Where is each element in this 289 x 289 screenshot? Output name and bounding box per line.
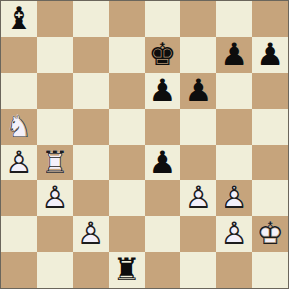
black-bishop[interactable]: ♝ [1, 1, 37, 37]
square-g4[interactable] [216, 145, 252, 181]
square-e7[interactable]: ♚ [145, 37, 181, 73]
square-d5[interactable] [109, 109, 145, 145]
square-e5[interactable] [145, 109, 181, 145]
black-rook[interactable]: ♜ [109, 252, 145, 288]
white-pawn[interactable]: ♟♙ [216, 180, 252, 216]
square-d6[interactable] [109, 73, 145, 109]
chess-board: ♝♚♟♟♟♟♞♘♟♙♜♖♟♟♙♟♙♟♙♟♙♟♙♚♔♜ [0, 0, 289, 289]
white-pawn-outline: ♙ [37, 180, 73, 216]
square-f3[interactable]: ♟♙ [180, 180, 216, 216]
square-h2[interactable]: ♚♔ [252, 216, 288, 252]
square-c8[interactable] [73, 1, 109, 37]
square-c4[interactable] [73, 145, 109, 181]
square-a5[interactable]: ♞♘ [1, 109, 37, 145]
square-c3[interactable] [73, 180, 109, 216]
black-pawn[interactable]: ♟ [145, 73, 181, 109]
square-a7[interactable] [1, 37, 37, 73]
square-d4[interactable] [109, 145, 145, 181]
square-c7[interactable] [73, 37, 109, 73]
square-d2[interactable] [109, 216, 145, 252]
white-pawn[interactable]: ♟♙ [1, 145, 37, 181]
square-g8[interactable] [216, 1, 252, 37]
white-pawn[interactable]: ♟♙ [73, 216, 109, 252]
square-a4[interactable]: ♟♙ [1, 145, 37, 181]
square-b4[interactable]: ♜♖ [37, 145, 73, 181]
square-a8[interactable]: ♝ [1, 1, 37, 37]
square-b7[interactable] [37, 37, 73, 73]
square-c1[interactable] [73, 252, 109, 288]
square-g1[interactable] [216, 252, 252, 288]
square-f5[interactable] [180, 109, 216, 145]
square-h1[interactable] [252, 252, 288, 288]
black-pawn-glyph: ♟ [252, 37, 288, 73]
square-f6[interactable]: ♟ [180, 73, 216, 109]
square-d8[interactable] [109, 1, 145, 37]
white-king[interactable]: ♚♔ [252, 216, 288, 252]
square-b1[interactable] [37, 252, 73, 288]
black-bishop-glyph: ♝ [1, 1, 37, 37]
white-knight[interactable]: ♞♘ [1, 109, 37, 145]
square-d1[interactable]: ♜ [109, 252, 145, 288]
square-h3[interactable] [252, 180, 288, 216]
black-pawn-glyph: ♟ [145, 73, 181, 109]
square-g7[interactable]: ♟ [216, 37, 252, 73]
black-king-glyph: ♚ [145, 37, 181, 73]
white-rook-outline: ♖ [37, 145, 73, 181]
square-h8[interactable] [252, 1, 288, 37]
square-a2[interactable] [1, 216, 37, 252]
white-king-outline: ♔ [252, 216, 288, 252]
square-f2[interactable] [180, 216, 216, 252]
white-pawn-outline: ♙ [1, 145, 37, 181]
white-pawn-outline: ♙ [73, 216, 109, 252]
black-king[interactable]: ♚ [145, 37, 181, 73]
square-d3[interactable] [109, 180, 145, 216]
square-c5[interactable] [73, 109, 109, 145]
square-b3[interactable]: ♟♙ [37, 180, 73, 216]
white-knight-outline: ♘ [1, 109, 37, 145]
square-b2[interactable] [37, 216, 73, 252]
square-g3[interactable]: ♟♙ [216, 180, 252, 216]
black-pawn-glyph: ♟ [145, 145, 181, 181]
black-pawn[interactable]: ♟ [180, 73, 216, 109]
square-a3[interactable] [1, 180, 37, 216]
square-h6[interactable] [252, 73, 288, 109]
square-h7[interactable]: ♟ [252, 37, 288, 73]
black-pawn[interactable]: ♟ [252, 37, 288, 73]
square-h5[interactable] [252, 109, 288, 145]
square-e3[interactable] [145, 180, 181, 216]
square-e8[interactable] [145, 1, 181, 37]
square-h4[interactable] [252, 145, 288, 181]
square-f1[interactable] [180, 252, 216, 288]
square-c6[interactable] [73, 73, 109, 109]
square-a1[interactable] [1, 252, 37, 288]
white-pawn-outline: ♙ [216, 216, 252, 252]
square-e4[interactable]: ♟ [145, 145, 181, 181]
white-pawn-outline: ♙ [216, 180, 252, 216]
black-pawn-glyph: ♟ [180, 73, 216, 109]
black-pawn-glyph: ♟ [216, 37, 252, 73]
square-b5[interactable] [37, 109, 73, 145]
white-pawn[interactable]: ♟♙ [180, 180, 216, 216]
white-pawn[interactable]: ♟♙ [37, 180, 73, 216]
square-e6[interactable]: ♟ [145, 73, 181, 109]
white-pawn-outline: ♙ [180, 180, 216, 216]
square-e2[interactable] [145, 216, 181, 252]
black-pawn[interactable]: ♟ [145, 145, 181, 181]
square-g6[interactable] [216, 73, 252, 109]
square-f4[interactable] [180, 145, 216, 181]
square-b6[interactable] [37, 73, 73, 109]
square-f7[interactable] [180, 37, 216, 73]
square-a6[interactable] [1, 73, 37, 109]
black-rook-glyph: ♜ [109, 252, 145, 288]
white-pawn[interactable]: ♟♙ [216, 216, 252, 252]
square-e1[interactable] [145, 252, 181, 288]
square-b8[interactable] [37, 1, 73, 37]
square-g5[interactable] [216, 109, 252, 145]
square-g2[interactable]: ♟♙ [216, 216, 252, 252]
black-pawn[interactable]: ♟ [216, 37, 252, 73]
square-c2[interactable]: ♟♙ [73, 216, 109, 252]
square-f8[interactable] [180, 1, 216, 37]
white-rook[interactable]: ♜♖ [37, 145, 73, 181]
square-d7[interactable] [109, 37, 145, 73]
